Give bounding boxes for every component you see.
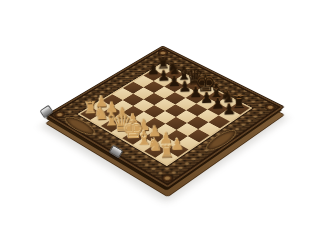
corner-rosette	[52, 110, 68, 119]
corner-rosette	[263, 103, 279, 112]
chess-piece-glyph: ♜	[159, 143, 175, 160]
chess-board: ♜♞♝♛♚♝♞♜♟♟♟♟♟♟♟♟♟♟♟♟♟♟♟♟♜♞♝♛♚♝♞♜	[45, 45, 285, 188]
chess-piece-glyph: ♟	[222, 102, 236, 118]
corner-rosette	[159, 173, 176, 184]
square-g5	[187, 116, 209, 129]
square-e5	[165, 104, 186, 117]
